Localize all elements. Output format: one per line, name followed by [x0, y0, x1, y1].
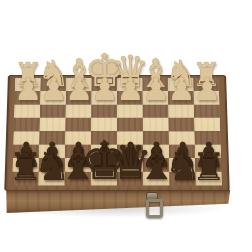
square-c8 [143, 172, 169, 186]
square-b5 [169, 131, 195, 144]
square-c1 [142, 78, 168, 91]
square-a1 [193, 78, 219, 91]
chess-board [4, 75, 230, 191]
square-b4 [168, 118, 194, 131]
square-c5 [143, 131, 169, 144]
square-c3 [143, 104, 169, 117]
square-d7 [117, 158, 143, 172]
square-a5 [194, 131, 220, 144]
square-d5 [117, 131, 143, 144]
square-g6 [39, 144, 65, 158]
square-e7 [91, 158, 117, 172]
square-h8 [12, 172, 39, 186]
square-h5 [13, 131, 39, 144]
square-g1 [40, 78, 66, 91]
square-h1 [15, 78, 41, 91]
square-h3 [14, 104, 40, 117]
square-h2 [15, 91, 41, 104]
square-b7 [169, 158, 195, 172]
square-h4 [14, 118, 40, 131]
square-f7 [65, 158, 91, 172]
square-c6 [143, 144, 169, 158]
square-d8 [117, 172, 143, 186]
square-a2 [194, 91, 220, 104]
square-e1 [91, 78, 117, 91]
square-c2 [143, 91, 169, 104]
square-d3 [117, 104, 143, 117]
square-a3 [194, 104, 220, 117]
square-b2 [168, 91, 194, 104]
square-f5 [65, 131, 91, 144]
board-perspective-wrapper [0, 0, 252, 252]
chess-set-photo: ♜♞♝♚♛♝♞♜♟♟♟♟♟♟♟♟♟♟♟♟♟♟♟♟♜♞♝♚♛♝♞♜ [0, 0, 252, 252]
square-f8 [65, 172, 91, 186]
square-e6 [91, 144, 117, 158]
square-a7 [195, 158, 221, 172]
fold-seam [11, 131, 223, 132]
square-e8 [91, 172, 117, 186]
square-e3 [91, 104, 117, 117]
square-g2 [40, 91, 66, 104]
clasp-loop [146, 199, 163, 218]
square-a6 [195, 144, 221, 158]
square-c4 [143, 118, 169, 131]
board-grid [12, 78, 222, 185]
square-b6 [169, 144, 195, 158]
square-e5 [91, 131, 117, 144]
square-h7 [12, 158, 38, 172]
square-b1 [168, 78, 194, 91]
square-d2 [117, 91, 143, 104]
square-e4 [91, 118, 117, 131]
square-g7 [39, 158, 65, 172]
square-a4 [194, 118, 220, 131]
square-h6 [13, 144, 39, 158]
square-f1 [66, 78, 92, 91]
square-f4 [65, 118, 91, 131]
square-g4 [40, 118, 66, 131]
square-f6 [65, 144, 91, 158]
square-f2 [66, 91, 92, 104]
square-b8 [169, 172, 195, 186]
square-f3 [66, 104, 92, 117]
square-b3 [168, 104, 194, 117]
square-d6 [117, 144, 143, 158]
square-g5 [39, 131, 65, 144]
square-g8 [38, 172, 64, 186]
square-a8 [195, 172, 222, 186]
square-c7 [143, 158, 169, 172]
brass-clasp-icon [144, 192, 160, 216]
square-d4 [117, 118, 143, 131]
square-g3 [40, 104, 66, 117]
square-d1 [117, 78, 143, 91]
square-e2 [91, 91, 117, 104]
